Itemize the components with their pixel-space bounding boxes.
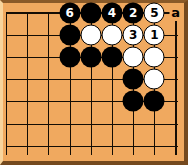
stone-white [80,24,101,45]
stone-black: 2 [123,2,144,23]
stone-number: 1 [150,28,158,42]
stone-black [59,24,80,45]
stone-black [123,91,144,112]
grid-line-horizontal [6,146,178,147]
stone-black [123,69,144,90]
stone-black: 6 [59,2,80,23]
stone-black [102,46,123,67]
stone-number: 4 [108,6,116,20]
goban: 642531a [3,3,184,161]
stone-white [144,69,165,90]
stone-black [144,91,165,112]
stone-black [80,46,101,67]
stone-white [123,46,144,67]
stone-black [80,2,101,23]
stone-number: 6 [65,6,73,20]
stone-white [102,24,123,45]
stone-white: 5 [144,2,165,23]
stone-black [59,46,80,67]
grid-line-horizontal [6,124,178,125]
stone-number: 3 [129,28,137,42]
stone-white: 1 [144,24,165,45]
stone-number: 5 [150,6,158,20]
stone-number: 2 [129,6,137,20]
point-label-a: a [169,5,182,21]
stone-white [144,46,165,67]
stone-white: 3 [123,24,144,45]
stone-black: 4 [102,2,123,23]
go-diagram: 642531a [0,0,188,165]
